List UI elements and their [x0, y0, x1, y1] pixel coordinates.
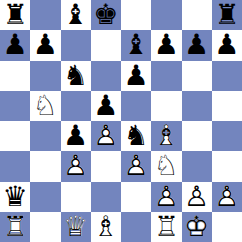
- piece-glyph: ♚: [93, 1, 118, 29]
- square-a2[interactable]: ♛: [0, 182, 30, 212]
- square-h2[interactable]: ♟♙: [212, 182, 242, 212]
- square-h1[interactable]: [212, 212, 242, 242]
- square-e4[interactable]: ♞: [121, 121, 151, 151]
- square-e1[interactable]: [121, 212, 151, 242]
- square-e8[interactable]: [121, 0, 151, 30]
- white-bishop[interactable]: ♝♗: [93, 213, 118, 241]
- square-h6[interactable]: [212, 61, 242, 91]
- square-f5[interactable]: [151, 91, 181, 121]
- black-knight[interactable]: ♞: [63, 62, 88, 90]
- chess-board: ♜♝♚♜♟♟♝♟♟♟♞♟♞♘♟♟♟♙♞♝♗♟♙♟♙♞♘♛♟♙♟♙♟♙♜♖♛♕♝♗…: [0, 0, 242, 242]
- piece-glyph: ♟: [124, 62, 149, 90]
- white-pawn[interactable]: ♟♙: [63, 152, 88, 180]
- black-pawn[interactable]: ♟: [63, 122, 88, 150]
- white-rook[interactable]: ♜♖: [154, 213, 179, 241]
- square-d2[interactable]: [91, 182, 121, 212]
- square-h7[interactable]: ♟: [212, 30, 242, 60]
- square-e3[interactable]: ♟♙: [121, 151, 151, 181]
- square-c5[interactable]: [61, 91, 91, 121]
- square-a7[interactable]: ♟: [0, 30, 30, 60]
- white-knight[interactable]: ♞♘: [154, 152, 179, 180]
- square-f2[interactable]: ♟♙: [151, 182, 181, 212]
- piece-outline-glyph: ♖: [154, 213, 179, 241]
- square-h5[interactable]: [212, 91, 242, 121]
- square-b6[interactable]: [30, 61, 60, 91]
- piece-outline-glyph: ♘: [154, 152, 179, 180]
- square-g4[interactable]: [182, 121, 212, 151]
- piece-outline-glyph: ♙: [93, 122, 118, 150]
- square-d1[interactable]: ♝♗: [91, 212, 121, 242]
- piece-glyph: ♟: [214, 31, 239, 59]
- square-f6[interactable]: [151, 61, 181, 91]
- square-g8[interactable]: [182, 0, 212, 30]
- square-d3[interactable]: [91, 151, 121, 181]
- square-c8[interactable]: ♝: [61, 0, 91, 30]
- piece-outline-glyph: ♗: [154, 122, 179, 150]
- white-pawn[interactable]: ♟♙: [124, 152, 149, 180]
- square-c3[interactable]: ♟♙: [61, 151, 91, 181]
- white-queen[interactable]: ♛♕: [63, 213, 88, 241]
- square-g7[interactable]: ♟: [182, 30, 212, 60]
- square-g2[interactable]: ♟♙: [182, 182, 212, 212]
- square-d7[interactable]: [91, 30, 121, 60]
- square-f3[interactable]: ♞♘: [151, 151, 181, 181]
- square-b8[interactable]: [30, 0, 60, 30]
- black-pawn[interactable]: ♟: [154, 31, 179, 59]
- piece-glyph: ♞: [124, 122, 149, 150]
- piece-glyph: ♟: [63, 122, 88, 150]
- square-h8[interactable]: ♜: [212, 0, 242, 30]
- black-pawn[interactable]: ♟: [93, 92, 118, 120]
- black-knight[interactable]: ♞: [124, 122, 149, 150]
- square-a3[interactable]: [0, 151, 30, 181]
- piece-outline-glyph: ♕: [63, 213, 88, 241]
- black-bishop[interactable]: ♝: [63, 1, 88, 29]
- square-e5[interactable]: [121, 91, 151, 121]
- black-pawn[interactable]: ♟: [3, 31, 28, 59]
- white-knight[interactable]: ♞♘: [33, 92, 58, 120]
- square-a8[interactable]: ♜: [0, 0, 30, 30]
- square-b5[interactable]: ♞♘: [30, 91, 60, 121]
- black-pawn[interactable]: ♟: [214, 31, 239, 59]
- piece-outline-glyph: ♗: [93, 213, 118, 241]
- square-f1[interactable]: ♜♖: [151, 212, 181, 242]
- white-king[interactable]: ♚♔: [184, 213, 209, 241]
- square-f8[interactable]: [151, 0, 181, 30]
- black-queen[interactable]: ♛: [3, 183, 28, 211]
- square-f4[interactable]: ♝♗: [151, 121, 181, 151]
- black-bishop[interactable]: ♝: [124, 31, 149, 59]
- piece-outline-glyph: ♙: [154, 183, 179, 211]
- piece-glyph: ♟: [33, 31, 58, 59]
- piece-outline-glyph: ♖: [3, 213, 28, 241]
- square-g5[interactable]: [182, 91, 212, 121]
- white-bishop[interactable]: ♝♗: [154, 122, 179, 150]
- square-g1[interactable]: ♚♔: [182, 212, 212, 242]
- square-h3[interactable]: [212, 151, 242, 181]
- piece-glyph: ♝: [63, 1, 88, 29]
- square-d5[interactable]: ♟: [91, 91, 121, 121]
- square-a4[interactable]: [0, 121, 30, 151]
- piece-glyph: ♟: [184, 31, 209, 59]
- square-g3[interactable]: [182, 151, 212, 181]
- piece-glyph: ♞: [63, 62, 88, 90]
- square-e2[interactable]: [121, 182, 151, 212]
- square-c1[interactable]: ♛♕: [61, 212, 91, 242]
- black-king[interactable]: ♚: [93, 1, 118, 29]
- white-pawn[interactable]: ♟♙: [93, 122, 118, 150]
- square-b3[interactable]: [30, 151, 60, 181]
- piece-glyph: ♟: [154, 31, 179, 59]
- square-a5[interactable]: [0, 91, 30, 121]
- square-a6[interactable]: [0, 61, 30, 91]
- piece-glyph: ♛: [3, 183, 28, 211]
- piece-outline-glyph: ♙: [124, 152, 149, 180]
- square-c4[interactable]: ♟: [61, 121, 91, 151]
- square-f7[interactable]: ♟: [151, 30, 181, 60]
- white-pawn[interactable]: ♟♙: [184, 183, 209, 211]
- black-rook[interactable]: ♜: [3, 1, 28, 29]
- piece-outline-glyph: ♔: [184, 213, 209, 241]
- square-b4[interactable]: [30, 121, 60, 151]
- square-d6[interactable]: [91, 61, 121, 91]
- white-rook[interactable]: ♜♖: [3, 213, 28, 241]
- square-a1[interactable]: ♜♖: [0, 212, 30, 242]
- square-b2[interactable]: [30, 182, 60, 212]
- square-d4[interactable]: ♟♙: [91, 121, 121, 151]
- white-pawn[interactable]: ♟♙: [214, 183, 239, 211]
- black-pawn[interactable]: ♟: [33, 31, 58, 59]
- piece-outline-glyph: ♘: [33, 92, 58, 120]
- square-d8[interactable]: ♚: [91, 0, 121, 30]
- square-e7[interactable]: ♝: [121, 30, 151, 60]
- square-b1[interactable]: [30, 212, 60, 242]
- piece-glyph: ♝: [124, 31, 149, 59]
- square-c7[interactable]: [61, 30, 91, 60]
- piece-glyph: ♜: [3, 1, 28, 29]
- square-b7[interactable]: ♟: [30, 30, 60, 60]
- square-c6[interactable]: ♞: [61, 61, 91, 91]
- black-rook[interactable]: ♜: [214, 1, 239, 29]
- piece-glyph: ♟: [3, 31, 28, 59]
- square-h4[interactable]: [212, 121, 242, 151]
- piece-outline-glyph: ♙: [63, 152, 88, 180]
- white-pawn[interactable]: ♟♙: [154, 183, 179, 211]
- piece-outline-glyph: ♙: [214, 183, 239, 211]
- black-pawn[interactable]: ♟: [184, 31, 209, 59]
- piece-glyph: ♜: [214, 1, 239, 29]
- black-pawn[interactable]: ♟: [124, 62, 149, 90]
- square-c2[interactable]: [61, 182, 91, 212]
- piece-glyph: ♟: [93, 92, 118, 120]
- piece-outline-glyph: ♙: [184, 183, 209, 211]
- square-e6[interactable]: ♟: [121, 61, 151, 91]
- square-g6[interactable]: [182, 61, 212, 91]
